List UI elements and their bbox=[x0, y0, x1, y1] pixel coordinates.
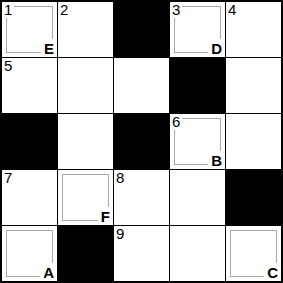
marker-letter: D bbox=[208, 39, 223, 56]
cell-r0c2 bbox=[114, 2, 169, 57]
cell-r4c1 bbox=[58, 226, 113, 281]
cell-r2c3[interactable]: 6B bbox=[170, 114, 225, 169]
cell-r0c1[interactable]: 2 bbox=[58, 2, 113, 57]
clue-number: 8 bbox=[116, 170, 126, 186]
clue-number: 7 bbox=[4, 170, 14, 186]
cell-r4c2[interactable]: 9 bbox=[114, 226, 169, 281]
cell-r4c4[interactable]: C bbox=[226, 226, 281, 281]
cell-r4c0[interactable]: A bbox=[2, 226, 57, 281]
clue-number: 6 bbox=[172, 114, 182, 130]
cell-r0c3[interactable]: 3D bbox=[170, 2, 225, 57]
crossword-grid: 1E23D456B7F8A9C bbox=[0, 0, 283, 283]
cell-r2c0 bbox=[2, 114, 57, 169]
cell-r2c2 bbox=[114, 114, 169, 169]
cell-r2c1[interactable] bbox=[58, 114, 113, 169]
cell-r3c4 bbox=[226, 170, 281, 225]
cell-r1c4[interactable] bbox=[226, 58, 281, 113]
marker-letter: F bbox=[98, 207, 111, 224]
cell-r0c0[interactable]: 1E bbox=[2, 2, 57, 57]
cell-r1c3 bbox=[170, 58, 225, 113]
cell-r0c4[interactable]: 4 bbox=[226, 2, 281, 57]
marker-letter: E bbox=[41, 39, 55, 56]
cell-r3c1[interactable]: F bbox=[58, 170, 113, 225]
cell-r1c2[interactable] bbox=[114, 58, 169, 113]
cell-r3c3[interactable] bbox=[170, 170, 225, 225]
clue-number: 4 bbox=[228, 2, 238, 18]
clue-number: 3 bbox=[172, 2, 182, 18]
clue-number: 2 bbox=[60, 2, 70, 18]
clue-number: 1 bbox=[4, 2, 14, 18]
clue-number: 5 bbox=[4, 58, 14, 74]
marker-letter: B bbox=[208, 151, 223, 168]
cell-r1c0[interactable]: 5 bbox=[2, 58, 57, 113]
marker-letter: A bbox=[40, 263, 55, 280]
cell-r3c2[interactable]: 8 bbox=[114, 170, 169, 225]
cell-r4c3[interactable] bbox=[170, 226, 225, 281]
marker-letter: C bbox=[264, 263, 279, 280]
cell-r3c0[interactable]: 7 bbox=[2, 170, 57, 225]
cell-r1c1[interactable] bbox=[58, 58, 113, 113]
clue-number: 9 bbox=[116, 226, 126, 242]
cell-r2c4[interactable] bbox=[226, 114, 281, 169]
